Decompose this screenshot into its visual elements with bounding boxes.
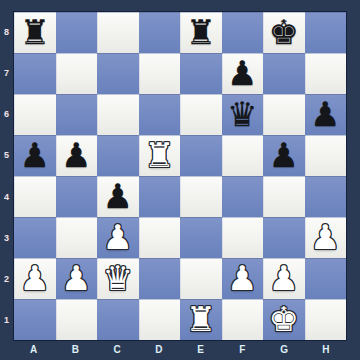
piece-white-queen[interactable]: ♛ bbox=[103, 261, 133, 295]
square-f8[interactable] bbox=[222, 12, 264, 53]
rank-label-5: 5 bbox=[0, 135, 13, 176]
file-label-b: B bbox=[55, 341, 97, 358]
rank-label-3: 3 bbox=[0, 217, 13, 258]
piece-black-queen[interactable]: ♛ bbox=[227, 97, 257, 131]
square-e4[interactable] bbox=[180, 176, 222, 217]
square-b2[interactable]: ♟ bbox=[56, 258, 98, 299]
square-d4[interactable] bbox=[139, 176, 181, 217]
square-d2[interactable] bbox=[139, 258, 181, 299]
file-label-f: F bbox=[222, 341, 264, 358]
square-c6[interactable] bbox=[97, 94, 139, 135]
square-c3[interactable]: ♟ bbox=[97, 217, 139, 258]
square-g6[interactable] bbox=[263, 94, 305, 135]
square-f6[interactable]: ♛ bbox=[222, 94, 264, 135]
square-b3[interactable] bbox=[56, 217, 98, 258]
square-c2[interactable]: ♛ bbox=[97, 258, 139, 299]
square-e6[interactable] bbox=[180, 94, 222, 135]
square-h5[interactable] bbox=[305, 135, 347, 176]
square-c5[interactable] bbox=[97, 135, 139, 176]
piece-black-rook[interactable]: ♜ bbox=[20, 15, 50, 49]
file-label-c: C bbox=[97, 341, 139, 358]
piece-white-pawn[interactable]: ♟ bbox=[227, 261, 257, 295]
square-d8[interactable] bbox=[139, 12, 181, 53]
square-c8[interactable] bbox=[97, 12, 139, 53]
board: ♜♜♚♟♛♟♟♟♜♟♟♟♟♟♟♛♟♟♜♚ bbox=[13, 11, 347, 341]
file-label-g: G bbox=[264, 341, 306, 358]
piece-black-pawn[interactable]: ♟ bbox=[20, 138, 50, 172]
file-coordinates: ABCDEFGH bbox=[13, 341, 347, 358]
square-d7[interactable] bbox=[139, 53, 181, 94]
square-g4[interactable] bbox=[263, 176, 305, 217]
square-f4[interactable] bbox=[222, 176, 264, 217]
rank-label-1: 1 bbox=[0, 300, 13, 341]
square-f1[interactable] bbox=[222, 299, 264, 340]
square-a6[interactable] bbox=[14, 94, 56, 135]
square-a2[interactable]: ♟ bbox=[14, 258, 56, 299]
square-h4[interactable] bbox=[305, 176, 347, 217]
square-c7[interactable] bbox=[97, 53, 139, 94]
square-f3[interactable] bbox=[222, 217, 264, 258]
file-label-a: A bbox=[13, 341, 55, 358]
rank-label-8: 8 bbox=[0, 11, 13, 52]
square-g8[interactable]: ♚ bbox=[263, 12, 305, 53]
chess-diagram: 87654321 ♜♜♚♟♛♟♟♟♜♟♟♟♟♟♟♛♟♟♜♚ ABCDEFGH bbox=[0, 0, 360, 360]
square-e7[interactable] bbox=[180, 53, 222, 94]
piece-black-pawn[interactable]: ♟ bbox=[103, 179, 133, 213]
square-a1[interactable] bbox=[14, 299, 56, 340]
square-h1[interactable] bbox=[305, 299, 347, 340]
square-e5[interactable] bbox=[180, 135, 222, 176]
square-a3[interactable] bbox=[14, 217, 56, 258]
square-b5[interactable]: ♟ bbox=[56, 135, 98, 176]
square-b1[interactable] bbox=[56, 299, 98, 340]
square-d5[interactable]: ♜ bbox=[139, 135, 181, 176]
square-e1[interactable]: ♜ bbox=[180, 299, 222, 340]
square-h6[interactable]: ♟ bbox=[305, 94, 347, 135]
piece-black-pawn[interactable]: ♟ bbox=[227, 56, 257, 90]
file-label-d: D bbox=[138, 341, 180, 358]
piece-white-rook[interactable]: ♜ bbox=[144, 138, 174, 172]
rank-coordinates: 87654321 bbox=[0, 11, 13, 341]
square-h8[interactable] bbox=[305, 12, 347, 53]
file-label-h: H bbox=[305, 341, 347, 358]
piece-white-king[interactable]: ♚ bbox=[269, 302, 299, 336]
rank-label-4: 4 bbox=[0, 176, 13, 217]
piece-black-pawn[interactable]: ♟ bbox=[269, 138, 299, 172]
square-h3[interactable]: ♟ bbox=[305, 217, 347, 258]
square-b8[interactable] bbox=[56, 12, 98, 53]
square-e3[interactable] bbox=[180, 217, 222, 258]
square-b4[interactable] bbox=[56, 176, 98, 217]
square-f5[interactable] bbox=[222, 135, 264, 176]
square-c1[interactable] bbox=[97, 299, 139, 340]
square-h2[interactable] bbox=[305, 258, 347, 299]
square-e2[interactable] bbox=[180, 258, 222, 299]
square-b7[interactable] bbox=[56, 53, 98, 94]
square-b6[interactable] bbox=[56, 94, 98, 135]
square-a5[interactable]: ♟ bbox=[14, 135, 56, 176]
piece-white-pawn[interactable]: ♟ bbox=[310, 220, 340, 254]
piece-black-pawn[interactable]: ♟ bbox=[61, 138, 91, 172]
square-g1[interactable]: ♚ bbox=[263, 299, 305, 340]
square-g3[interactable] bbox=[263, 217, 305, 258]
square-f2[interactable]: ♟ bbox=[222, 258, 264, 299]
square-g5[interactable]: ♟ bbox=[263, 135, 305, 176]
file-label-e: E bbox=[180, 341, 222, 358]
piece-black-rook[interactable]: ♜ bbox=[186, 15, 216, 49]
rank-label-2: 2 bbox=[0, 259, 13, 300]
piece-white-pawn[interactable]: ♟ bbox=[20, 261, 50, 295]
piece-white-rook[interactable]: ♜ bbox=[186, 302, 216, 336]
square-g7[interactable] bbox=[263, 53, 305, 94]
square-g2[interactable]: ♟ bbox=[263, 258, 305, 299]
square-d6[interactable] bbox=[139, 94, 181, 135]
square-a7[interactable] bbox=[14, 53, 56, 94]
piece-black-pawn[interactable]: ♟ bbox=[310, 97, 340, 131]
piece-white-pawn[interactable]: ♟ bbox=[61, 261, 91, 295]
piece-white-pawn[interactable]: ♟ bbox=[103, 220, 133, 254]
piece-black-king[interactable]: ♚ bbox=[269, 15, 299, 49]
rank-label-7: 7 bbox=[0, 52, 13, 93]
square-a8[interactable]: ♜ bbox=[14, 12, 56, 53]
square-f7[interactable]: ♟ bbox=[222, 53, 264, 94]
square-d1[interactable] bbox=[139, 299, 181, 340]
piece-white-pawn[interactable]: ♟ bbox=[269, 261, 299, 295]
square-a4[interactable] bbox=[14, 176, 56, 217]
square-d3[interactable] bbox=[139, 217, 181, 258]
rank-label-6: 6 bbox=[0, 94, 13, 135]
square-h7[interactable] bbox=[305, 53, 347, 94]
square-c4[interactable]: ♟ bbox=[97, 176, 139, 217]
square-e8[interactable]: ♜ bbox=[180, 12, 222, 53]
